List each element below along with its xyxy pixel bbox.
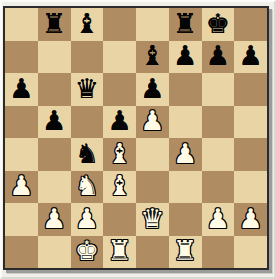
square-f1[interactable]: ♜ (169, 236, 202, 269)
piece-white-pawn[interactable]: ♟ (75, 205, 99, 232)
piece-black-bishop[interactable]: ♝ (140, 42, 164, 69)
piece-white-pawn[interactable]: ♟ (9, 172, 33, 199)
piece-black-knight[interactable]: ♞ (75, 140, 99, 167)
square-e1[interactable] (136, 236, 169, 269)
square-a4[interactable] (5, 138, 38, 171)
square-b1[interactable] (38, 236, 71, 269)
square-d6[interactable] (103, 73, 136, 106)
square-b4[interactable] (38, 138, 71, 171)
square-b2[interactable]: ♟ (38, 203, 71, 236)
square-d7[interactable] (103, 41, 136, 74)
piece-white-pawn[interactable]: ♟ (173, 140, 197, 167)
square-d3[interactable]: ♝ (103, 171, 136, 204)
square-f8[interactable]: ♜ (169, 8, 202, 41)
chess-board: ♜♝♜♚♝♟♟♟♟♛♟♟♟♟♞♝♟♟♞♝♟♟♛♟♟♚♜♜ (3, 6, 269, 270)
square-h6[interactable] (234, 73, 267, 106)
piece-black-pawn[interactable]: ♟ (9, 75, 33, 102)
square-h4[interactable] (234, 138, 267, 171)
piece-black-pawn[interactable]: ♟ (206, 42, 230, 69)
square-a2[interactable] (5, 203, 38, 236)
square-f5[interactable] (169, 106, 202, 139)
piece-white-knight[interactable]: ♞ (75, 172, 99, 199)
square-e7[interactable]: ♝ (136, 41, 169, 74)
square-b5[interactable]: ♟ (38, 106, 71, 139)
square-c7[interactable] (71, 41, 104, 74)
piece-white-king[interactable]: ♚ (75, 237, 99, 264)
square-a8[interactable] (5, 8, 38, 41)
piece-black-bishop[interactable]: ♝ (75, 10, 99, 37)
piece-black-king[interactable]: ♚ (206, 10, 230, 37)
square-f7[interactable]: ♟ (169, 41, 202, 74)
piece-white-bishop[interactable]: ♝ (108, 140, 132, 167)
piece-white-rook[interactable]: ♜ (108, 237, 132, 264)
piece-black-pawn[interactable]: ♟ (42, 107, 66, 134)
square-h5[interactable] (234, 106, 267, 139)
square-c3[interactable]: ♞ (71, 171, 104, 204)
square-c6[interactable]: ♛ (71, 73, 104, 106)
square-g2[interactable]: ♟ (202, 203, 235, 236)
square-h7[interactable]: ♟ (234, 41, 267, 74)
square-c5[interactable] (71, 106, 104, 139)
square-a7[interactable] (5, 41, 38, 74)
square-e8[interactable] (136, 8, 169, 41)
square-e3[interactable] (136, 171, 169, 204)
square-b3[interactable] (38, 171, 71, 204)
square-b8[interactable]: ♜ (38, 8, 71, 41)
square-c8[interactable]: ♝ (71, 8, 104, 41)
square-f6[interactable] (169, 73, 202, 106)
square-b7[interactable] (38, 41, 71, 74)
piece-white-pawn[interactable]: ♟ (206, 205, 230, 232)
square-g8[interactable]: ♚ (202, 8, 235, 41)
square-d2[interactable] (103, 203, 136, 236)
chess-board-frame: ♜♝♜♚♝♟♟♟♟♛♟♟♟♟♞♝♟♟♞♝♟♟♛♟♟♚♜♜ (0, 0, 276, 279)
piece-white-pawn[interactable]: ♟ (140, 107, 164, 134)
piece-black-rook[interactable]: ♜ (42, 10, 66, 37)
piece-black-pawn[interactable]: ♟ (239, 42, 263, 69)
piece-black-queen[interactable]: ♛ (75, 75, 99, 102)
piece-white-pawn[interactable]: ♟ (42, 205, 66, 232)
square-h8[interactable] (234, 8, 267, 41)
square-a1[interactable] (5, 236, 38, 269)
square-g7[interactable]: ♟ (202, 41, 235, 74)
square-h3[interactable] (234, 171, 267, 204)
square-e5[interactable]: ♟ (136, 106, 169, 139)
square-d5[interactable]: ♟ (103, 106, 136, 139)
square-h1[interactable] (234, 236, 267, 269)
piece-white-queen[interactable]: ♛ (140, 205, 164, 232)
piece-white-bishop[interactable]: ♝ (108, 172, 132, 199)
square-g5[interactable] (202, 106, 235, 139)
square-e6[interactable]: ♟ (136, 73, 169, 106)
piece-white-pawn[interactable]: ♟ (239, 205, 263, 232)
square-a3[interactable]: ♟ (5, 171, 38, 204)
square-c1[interactable]: ♚ (71, 236, 104, 269)
piece-black-pawn[interactable]: ♟ (140, 75, 164, 102)
square-g1[interactable] (202, 236, 235, 269)
square-g6[interactable] (202, 73, 235, 106)
square-e2[interactable]: ♛ (136, 203, 169, 236)
square-b6[interactable] (38, 73, 71, 106)
square-g4[interactable] (202, 138, 235, 171)
square-g3[interactable] (202, 171, 235, 204)
square-f3[interactable] (169, 171, 202, 204)
square-c2[interactable]: ♟ (71, 203, 104, 236)
square-d4[interactable]: ♝ (103, 138, 136, 171)
square-f4[interactable]: ♟ (169, 138, 202, 171)
square-a6[interactable]: ♟ (5, 73, 38, 106)
square-a5[interactable] (5, 106, 38, 139)
piece-black-pawn[interactable]: ♟ (173, 42, 197, 69)
square-c4[interactable]: ♞ (71, 138, 104, 171)
square-d8[interactable] (103, 8, 136, 41)
piece-black-pawn[interactable]: ♟ (108, 107, 132, 134)
piece-white-rook[interactable]: ♜ (173, 237, 197, 264)
square-e4[interactable] (136, 138, 169, 171)
square-h2[interactable]: ♟ (234, 203, 267, 236)
piece-black-rook[interactable]: ♜ (173, 10, 197, 37)
square-f2[interactable] (169, 203, 202, 236)
square-d1[interactable]: ♜ (103, 236, 136, 269)
